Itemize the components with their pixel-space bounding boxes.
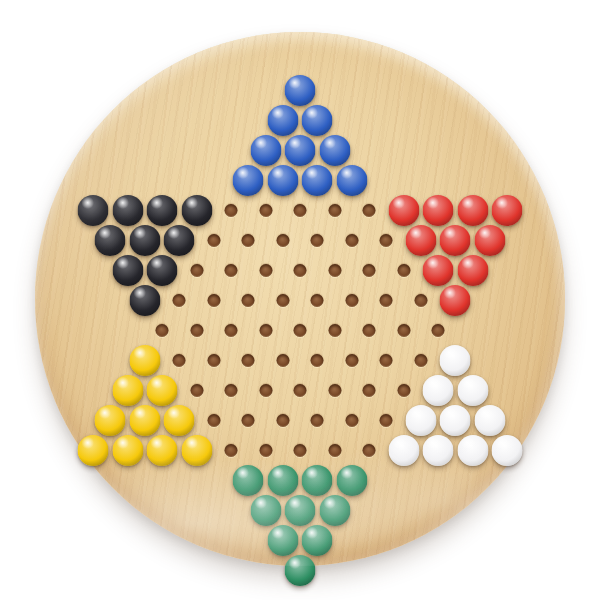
hole[interactable] bbox=[173, 354, 186, 367]
board-cell bbox=[317, 135, 352, 165]
marble-green[interactable] bbox=[319, 495, 350, 526]
board-cell bbox=[248, 255, 283, 285]
hole[interactable] bbox=[225, 324, 238, 337]
hole[interactable] bbox=[363, 204, 376, 217]
board-cell bbox=[300, 225, 335, 255]
board-cell bbox=[404, 225, 439, 255]
marble-red[interactable] bbox=[492, 195, 523, 226]
hole[interactable] bbox=[345, 294, 358, 307]
board-cell bbox=[438, 285, 473, 315]
board-cell bbox=[93, 405, 128, 435]
board-cell bbox=[197, 285, 232, 315]
marble-blue[interactable] bbox=[250, 135, 281, 166]
chinese-checkers-board bbox=[35, 32, 565, 566]
marble-green[interactable] bbox=[267, 465, 298, 496]
board-cell bbox=[248, 435, 283, 465]
board-cell bbox=[369, 345, 404, 375]
board-cell bbox=[421, 435, 456, 465]
hole[interactable] bbox=[173, 294, 186, 307]
hole[interactable] bbox=[311, 354, 324, 367]
marble-yellow[interactable] bbox=[112, 435, 143, 466]
hole[interactable] bbox=[242, 354, 255, 367]
board-cell bbox=[214, 435, 249, 465]
marble-yellow[interactable] bbox=[181, 435, 212, 466]
board-cell bbox=[145, 375, 180, 405]
marble-blue[interactable] bbox=[233, 165, 264, 196]
marble-yellow[interactable] bbox=[112, 375, 143, 406]
board-row bbox=[128, 285, 473, 315]
board-row bbox=[76, 435, 525, 465]
marble-green[interactable] bbox=[233, 465, 264, 496]
marble-red[interactable] bbox=[457, 195, 488, 226]
board-cell bbox=[283, 195, 318, 225]
board-cell bbox=[352, 195, 387, 225]
board-cell bbox=[335, 285, 370, 315]
board-cell bbox=[214, 375, 249, 405]
board-cell bbox=[438, 405, 473, 435]
board-cell bbox=[317, 315, 352, 345]
board-cell bbox=[179, 195, 214, 225]
board-cell bbox=[197, 345, 232, 375]
board-cell bbox=[266, 525, 301, 555]
hole[interactable] bbox=[328, 384, 341, 397]
hole[interactable] bbox=[294, 444, 307, 457]
marble-blue[interactable] bbox=[319, 135, 350, 166]
board-cell bbox=[317, 495, 352, 525]
board-cell bbox=[283, 255, 318, 285]
board-cell bbox=[110, 375, 145, 405]
board-cell bbox=[438, 225, 473, 255]
board-cell bbox=[266, 465, 301, 495]
board-cell bbox=[283, 555, 318, 585]
hole[interactable] bbox=[432, 324, 445, 337]
board-cell bbox=[300, 525, 335, 555]
hole[interactable] bbox=[414, 294, 427, 307]
board-cell bbox=[162, 405, 197, 435]
marble-white[interactable] bbox=[440, 405, 471, 436]
marble-green[interactable] bbox=[250, 495, 281, 526]
marble-white[interactable] bbox=[474, 405, 505, 436]
marble-black[interactable] bbox=[129, 285, 160, 316]
hole[interactable] bbox=[294, 384, 307, 397]
hole[interactable] bbox=[397, 264, 410, 277]
board-grid bbox=[76, 75, 525, 585]
hole[interactable] bbox=[380, 414, 393, 427]
board-cell bbox=[455, 255, 490, 285]
board-row bbox=[266, 525, 335, 555]
board-row bbox=[248, 495, 352, 525]
hole[interactable] bbox=[345, 414, 358, 427]
board-cell bbox=[248, 135, 283, 165]
hole[interactable] bbox=[328, 324, 341, 337]
board-cell bbox=[283, 375, 318, 405]
hole[interactable] bbox=[345, 354, 358, 367]
marble-yellow[interactable] bbox=[147, 435, 178, 466]
board-cell bbox=[266, 105, 301, 135]
board-cell bbox=[352, 375, 387, 405]
hole[interactable] bbox=[276, 234, 289, 247]
hole[interactable] bbox=[294, 204, 307, 217]
board-cell bbox=[335, 465, 370, 495]
board-cell bbox=[214, 255, 249, 285]
board-cell bbox=[145, 195, 180, 225]
board-cell bbox=[179, 315, 214, 345]
board-cell bbox=[76, 435, 111, 465]
hole[interactable] bbox=[207, 294, 220, 307]
hole[interactable] bbox=[363, 264, 376, 277]
board-cell bbox=[283, 435, 318, 465]
board-row bbox=[231, 465, 369, 495]
board-cell bbox=[404, 285, 439, 315]
board-row bbox=[110, 375, 490, 405]
hole[interactable] bbox=[207, 354, 220, 367]
hole[interactable] bbox=[242, 414, 255, 427]
board-cell bbox=[76, 195, 111, 225]
board-cell bbox=[283, 135, 318, 165]
hole[interactable] bbox=[207, 414, 220, 427]
board-cell bbox=[197, 225, 232, 255]
board-cell bbox=[369, 285, 404, 315]
marble-yellow[interactable] bbox=[78, 435, 109, 466]
board-cell bbox=[231, 345, 266, 375]
hole[interactable] bbox=[276, 414, 289, 427]
board-cell bbox=[248, 495, 283, 525]
hole[interactable] bbox=[225, 444, 238, 457]
hole[interactable] bbox=[311, 234, 324, 247]
board-cell bbox=[266, 165, 301, 195]
board-cell bbox=[438, 345, 473, 375]
hole[interactable] bbox=[225, 204, 238, 217]
board-cell bbox=[248, 195, 283, 225]
board-cell bbox=[179, 375, 214, 405]
marble-red[interactable] bbox=[405, 225, 436, 256]
board-cell bbox=[335, 405, 370, 435]
hole[interactable] bbox=[397, 384, 410, 397]
board-cell bbox=[266, 285, 301, 315]
board-cell bbox=[421, 375, 456, 405]
hole[interactable] bbox=[328, 444, 341, 457]
board-cell bbox=[473, 405, 508, 435]
board-cell bbox=[162, 225, 197, 255]
hole[interactable] bbox=[190, 264, 203, 277]
hole[interactable] bbox=[225, 384, 238, 397]
board-cell bbox=[179, 255, 214, 285]
board-cell bbox=[300, 285, 335, 315]
marble-black[interactable] bbox=[181, 195, 212, 226]
board-cell bbox=[386, 195, 421, 225]
hole[interactable] bbox=[380, 234, 393, 247]
board-cell bbox=[110, 255, 145, 285]
marble-white[interactable] bbox=[440, 345, 471, 376]
board-row bbox=[76, 195, 525, 225]
board-cell bbox=[300, 165, 335, 195]
board-cell bbox=[317, 375, 352, 405]
marble-blue[interactable] bbox=[267, 105, 298, 136]
hole[interactable] bbox=[363, 444, 376, 457]
marble-black[interactable] bbox=[78, 195, 109, 226]
marble-black[interactable] bbox=[164, 225, 195, 256]
board-cell bbox=[248, 375, 283, 405]
board-cell bbox=[300, 105, 335, 135]
board-cell bbox=[455, 375, 490, 405]
board-cell bbox=[145, 255, 180, 285]
board-cell bbox=[231, 165, 266, 195]
marble-red[interactable] bbox=[423, 255, 454, 286]
board-row bbox=[128, 345, 473, 375]
board-cell bbox=[455, 195, 490, 225]
board-row bbox=[283, 555, 318, 585]
board-cell bbox=[386, 375, 421, 405]
hole[interactable] bbox=[328, 264, 341, 277]
marble-black[interactable] bbox=[129, 225, 160, 256]
marble-red[interactable] bbox=[440, 225, 471, 256]
marble-yellow[interactable] bbox=[147, 375, 178, 406]
board-row bbox=[145, 315, 456, 345]
board-cell bbox=[404, 345, 439, 375]
marble-white[interactable] bbox=[405, 405, 436, 436]
hole[interactable] bbox=[259, 324, 272, 337]
hole[interactable] bbox=[259, 444, 272, 457]
marble-black[interactable] bbox=[112, 255, 143, 286]
hole[interactable] bbox=[414, 354, 427, 367]
marble-yellow[interactable] bbox=[129, 405, 160, 436]
board-cell bbox=[300, 465, 335, 495]
hole[interactable] bbox=[294, 264, 307, 277]
hole[interactable] bbox=[397, 324, 410, 337]
marble-black[interactable] bbox=[147, 255, 178, 286]
board-cell bbox=[214, 315, 249, 345]
hole[interactable] bbox=[259, 264, 272, 277]
marble-yellow[interactable] bbox=[129, 345, 160, 376]
board-cell bbox=[317, 255, 352, 285]
board-cell bbox=[162, 345, 197, 375]
board-cell bbox=[128, 345, 163, 375]
board-cell bbox=[128, 225, 163, 255]
marble-yellow[interactable] bbox=[95, 405, 126, 436]
board-cell bbox=[421, 255, 456, 285]
marble-green[interactable] bbox=[285, 495, 316, 526]
marble-black[interactable] bbox=[112, 195, 143, 226]
board-cell bbox=[300, 345, 335, 375]
board-row bbox=[231, 165, 369, 195]
photo-canvas bbox=[0, 0, 600, 600]
board-cell bbox=[231, 405, 266, 435]
marble-blue[interactable] bbox=[267, 165, 298, 196]
board-cell bbox=[266, 225, 301, 255]
board-row bbox=[93, 405, 507, 435]
board-cell bbox=[145, 315, 180, 345]
hole[interactable] bbox=[380, 354, 393, 367]
hole[interactable] bbox=[190, 384, 203, 397]
hole[interactable] bbox=[311, 294, 324, 307]
marble-blue[interactable] bbox=[285, 75, 316, 106]
marble-black[interactable] bbox=[147, 195, 178, 226]
marble-white[interactable] bbox=[457, 435, 488, 466]
board-cell bbox=[110, 435, 145, 465]
marble-blue[interactable] bbox=[285, 135, 316, 166]
board-row bbox=[248, 135, 352, 165]
board-cell bbox=[197, 405, 232, 435]
marble-white[interactable] bbox=[423, 375, 454, 406]
marble-yellow[interactable] bbox=[164, 405, 195, 436]
board-cell bbox=[93, 225, 128, 255]
hole[interactable] bbox=[311, 414, 324, 427]
board-row bbox=[266, 105, 335, 135]
board-cell bbox=[369, 225, 404, 255]
marble-white[interactable] bbox=[388, 435, 419, 466]
board-cell bbox=[404, 405, 439, 435]
marble-blue[interactable] bbox=[302, 165, 333, 196]
board-cell bbox=[386, 315, 421, 345]
hole[interactable] bbox=[345, 234, 358, 247]
marble-white[interactable] bbox=[423, 435, 454, 466]
board-cell bbox=[145, 435, 180, 465]
board-cell bbox=[110, 195, 145, 225]
board-cell bbox=[179, 435, 214, 465]
marble-red[interactable] bbox=[457, 255, 488, 286]
board-cell bbox=[335, 165, 370, 195]
board-cell bbox=[386, 255, 421, 285]
marble-white[interactable] bbox=[457, 375, 488, 406]
hole[interactable] bbox=[363, 384, 376, 397]
board-cell bbox=[231, 225, 266, 255]
hole[interactable] bbox=[242, 294, 255, 307]
board-cell bbox=[248, 315, 283, 345]
marble-red[interactable] bbox=[388, 195, 419, 226]
board-cell bbox=[317, 435, 352, 465]
board-cell bbox=[231, 465, 266, 495]
board-cell bbox=[283, 75, 318, 105]
hole[interactable] bbox=[259, 384, 272, 397]
board-cell bbox=[266, 405, 301, 435]
board-cell bbox=[473, 225, 508, 255]
hole[interactable] bbox=[190, 324, 203, 337]
hole[interactable] bbox=[225, 264, 238, 277]
board-cell bbox=[231, 285, 266, 315]
marble-black[interactable] bbox=[95, 225, 126, 256]
board-cell bbox=[283, 495, 318, 525]
board-cell bbox=[300, 405, 335, 435]
board-cell bbox=[421, 315, 456, 345]
marble-green[interactable] bbox=[267, 525, 298, 556]
marble-blue[interactable] bbox=[302, 105, 333, 136]
board-cell bbox=[490, 435, 525, 465]
marble-red[interactable] bbox=[474, 225, 505, 256]
hole[interactable] bbox=[276, 354, 289, 367]
marble-green[interactable] bbox=[302, 525, 333, 556]
board-cell bbox=[214, 195, 249, 225]
hole[interactable] bbox=[294, 324, 307, 337]
marble-red[interactable] bbox=[440, 285, 471, 316]
board-row bbox=[93, 225, 507, 255]
hole[interactable] bbox=[242, 234, 255, 247]
board-row bbox=[110, 255, 490, 285]
board-cell bbox=[128, 405, 163, 435]
hole[interactable] bbox=[259, 204, 272, 217]
marble-green[interactable] bbox=[336, 465, 367, 496]
hole[interactable] bbox=[156, 324, 169, 337]
hole[interactable] bbox=[207, 234, 220, 247]
board-row bbox=[283, 75, 318, 105]
board-cell bbox=[490, 195, 525, 225]
board-cell bbox=[352, 435, 387, 465]
board-cell bbox=[455, 435, 490, 465]
hole[interactable] bbox=[380, 294, 393, 307]
board-cell bbox=[352, 315, 387, 345]
board-cell bbox=[128, 285, 163, 315]
board-cell bbox=[162, 285, 197, 315]
hole[interactable] bbox=[363, 324, 376, 337]
board-cell bbox=[335, 225, 370, 255]
marble-green[interactable] bbox=[285, 555, 316, 586]
board-cell bbox=[386, 435, 421, 465]
board-cell bbox=[335, 345, 370, 375]
board-cell bbox=[266, 345, 301, 375]
marble-green[interactable] bbox=[302, 465, 333, 496]
marble-blue[interactable] bbox=[336, 165, 367, 196]
marble-white[interactable] bbox=[492, 435, 523, 466]
board-cell bbox=[352, 255, 387, 285]
board-cell bbox=[317, 195, 352, 225]
board-cell bbox=[283, 315, 318, 345]
board-cell bbox=[369, 405, 404, 435]
hole[interactable] bbox=[276, 294, 289, 307]
hole[interactable] bbox=[328, 204, 341, 217]
board-cell bbox=[421, 195, 456, 225]
marble-red[interactable] bbox=[423, 195, 454, 226]
